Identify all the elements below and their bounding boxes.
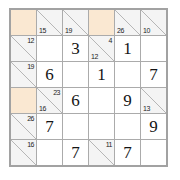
cell-r2c6[interactable] [141,36,166,61]
cell-r4c1 [11,88,36,113]
cell-r5c5[interactable] [115,114,140,139]
across-clue: 4 [109,37,112,44]
down-clue: 26 [117,27,124,34]
cell-r5c3[interactable] [63,114,88,139]
down-clue: 13 [143,105,150,112]
cell-r3c6[interactable]: 7 [141,62,166,87]
cell-r2c4: 412 [89,36,114,61]
cell-r2c3[interactable]: 3 [63,36,88,61]
cell-r6c6[interactable] [141,140,166,165]
cell-value: 6 [45,66,54,83]
cell-r5c4[interactable] [89,114,114,139]
cell-r4c2: 2316 [37,88,62,113]
cell-r1c5: 26 [115,10,140,35]
cell-r4c4[interactable] [89,88,114,113]
cell-value: 1 [123,40,132,57]
across-clue: 19 [27,63,34,70]
cell-value: 7 [45,118,54,135]
cell-r2c1: 12 [11,36,36,61]
cell-r4c5[interactable]: 9 [115,88,140,113]
cell-r3c1: 19 [11,62,36,87]
down-clue: 10 [143,27,150,34]
down-clue: 19 [65,27,72,34]
across-clue: 12 [27,37,34,44]
cell-value: 7 [123,144,132,161]
cell-r3c2[interactable]: 6 [37,62,62,87]
cell-r3c5[interactable] [115,62,140,87]
cell-r6c1: 16 [11,140,36,165]
cell-r5c6[interactable]: 9 [141,114,166,139]
cell-r4c3[interactable]: 6 [63,88,88,113]
cell-r5c1: 26 [11,114,36,139]
cell-value: 9 [149,118,158,135]
cell-r6c4: 11 [89,140,114,165]
down-clue: 15 [39,27,46,34]
cell-r3c4[interactable]: 1 [89,62,114,87]
cell-value: 1 [97,66,106,83]
cell-r4c6: 13 [141,88,166,113]
cell-r6c2[interactable] [37,140,62,165]
cell-value: 7 [149,66,158,83]
cell-r1c1 [11,10,36,35]
across-clue: 11 [106,141,112,148]
kakuro-board: 15192610123412119617231669132679167117 [9,8,168,167]
cell-r1c4 [89,10,114,35]
across-clue: 23 [53,89,60,96]
across-clue: 16 [27,141,34,148]
cell-r2c2[interactable] [37,36,62,61]
cell-value: 7 [71,144,80,161]
cell-r6c3[interactable]: 7 [63,140,88,165]
cell-r5c2[interactable]: 7 [37,114,62,139]
cell-r1c6: 10 [141,10,166,35]
cell-r2c5[interactable]: 1 [115,36,140,61]
down-clue: 16 [39,105,46,112]
cell-value: 9 [123,92,132,109]
cell-r6c5[interactable]: 7 [115,140,140,165]
cell-r3c3[interactable] [63,62,88,87]
across-clue: 26 [27,115,34,122]
cell-value: 6 [71,92,80,109]
down-clue: 12 [91,53,98,60]
cell-value: 3 [71,40,80,57]
cell-r1c2: 15 [37,10,62,35]
cell-r1c3: 19 [63,10,88,35]
